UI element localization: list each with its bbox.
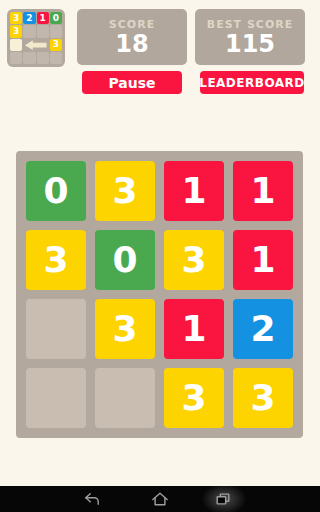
tile-r2c2-value-0: 0: [95, 230, 155, 290]
android-navbar: [0, 486, 320, 512]
tile-r2c3-value-3: 3: [164, 230, 224, 290]
tile-r4c2-empty: [95, 368, 155, 428]
tile-r2c4-value-1: 1: [233, 230, 293, 290]
tile-r4c3-value-3: 3: [164, 368, 224, 428]
recents-button[interactable]: [212, 488, 234, 510]
best-score-value: 115: [225, 31, 275, 57]
game-board[interactable]: 0311303131233: [16, 151, 303, 438]
app-screen: 321033 SCORE 18 BEST SCORE 115 Pause LEA…: [0, 0, 320, 512]
score-panel: SCORE 18: [77, 9, 187, 65]
back-button[interactable]: [81, 488, 103, 510]
recents-icon: [214, 491, 232, 507]
mini-tile-blank: [10, 52, 22, 64]
tile-r3c1-empty: [26, 299, 86, 359]
mini-tile-blank: [50, 52, 62, 64]
tile-r4c1-empty: [26, 368, 86, 428]
mini-tile-1: 1: [37, 12, 49, 24]
leaderboard-button[interactable]: LEADERBOARD: [200, 71, 304, 94]
mini-tile-3: 3: [10, 12, 22, 24]
pause-button[interactable]: Pause: [82, 71, 182, 94]
tile-r1c2-value-3: 3: [95, 161, 155, 221]
left-arrow-icon: [23, 39, 49, 51]
tile-r1c1-value-0: 0: [26, 161, 86, 221]
mini-tile-blank: [37, 52, 49, 64]
tile-r1c4-value-1: 1: [233, 161, 293, 221]
home-icon: [151, 491, 169, 507]
tile-r3c4-value-2: 2: [233, 299, 293, 359]
tile-r3c3-value-1: 1: [164, 299, 224, 359]
app-logo-miniboard: 321033: [7, 9, 65, 67]
mini-tile-blank: [37, 25, 49, 37]
mini-tile-blank: [10, 39, 22, 51]
mini-tile-2: 2: [23, 12, 35, 24]
tile-r4c4-value-3: 3: [233, 368, 293, 428]
mini-tile-3: 3: [50, 39, 62, 51]
mini-tile-0: 0: [50, 12, 62, 24]
back-icon: [83, 491, 101, 507]
best-score-panel: BEST SCORE 115: [195, 9, 305, 65]
mini-tile-blank: [50, 25, 62, 37]
home-button[interactable]: [149, 488, 171, 510]
score-value: 18: [115, 31, 148, 57]
tile-r3c2-value-3: 3: [95, 299, 155, 359]
mini-tile-3: 3: [10, 25, 22, 37]
mini-tile-blank: [23, 52, 35, 64]
tile-r2c1-value-3: 3: [26, 230, 86, 290]
mini-tile-blank: [23, 25, 35, 37]
tile-r1c3-value-1: 1: [164, 161, 224, 221]
